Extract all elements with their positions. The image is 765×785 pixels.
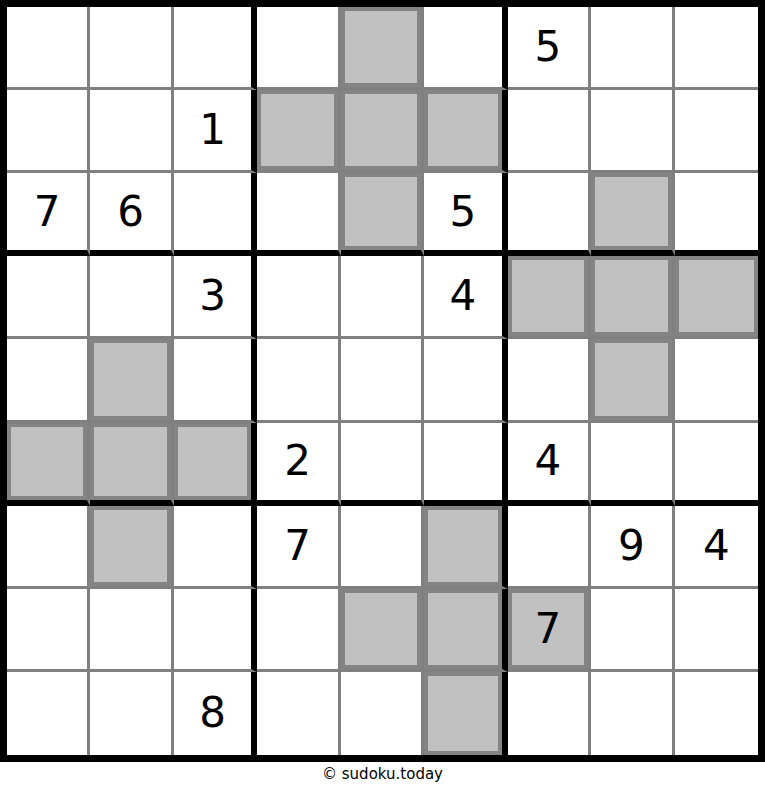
cell-r6c4[interactable]: 2	[257, 423, 340, 506]
cell-r6c1[interactable]	[7, 423, 90, 506]
cell-r5c4[interactable]	[257, 339, 340, 422]
cell-r1c3[interactable]	[174, 7, 257, 90]
cell-r1c1[interactable]	[7, 7, 90, 90]
cell-r9c7[interactable]	[508, 672, 591, 755]
cell-r8c1[interactable]	[7, 589, 90, 672]
cell-r7c4[interactable]: 7	[257, 506, 340, 589]
cell-r7c6[interactable]	[424, 506, 507, 589]
cell-r5c7[interactable]	[508, 339, 591, 422]
cell-r6c5[interactable]	[341, 423, 424, 506]
cell-r4c6[interactable]: 4	[424, 256, 507, 339]
cell-r7c5[interactable]	[341, 506, 424, 589]
cell-r2c7[interactable]	[508, 90, 591, 173]
cell-r7c8[interactable]: 9	[591, 506, 674, 589]
cell-r6c7[interactable]: 4	[508, 423, 591, 506]
copyright-footer: © sudoku.today	[0, 762, 765, 785]
cell-r2c8[interactable]	[591, 90, 674, 173]
cell-r7c9[interactable]: 4	[675, 506, 758, 589]
cell-r5c6[interactable]	[424, 339, 507, 422]
cell-r8c4[interactable]	[257, 589, 340, 672]
cell-r2c1[interactable]	[7, 90, 90, 173]
cell-r2c4[interactable]	[257, 90, 340, 173]
cell-r6c6[interactable]	[424, 423, 507, 506]
cell-r7c1[interactable]	[7, 506, 90, 589]
cell-r3c7[interactable]	[508, 173, 591, 256]
cell-r9c4[interactable]	[257, 672, 340, 755]
cell-r5c1[interactable]	[7, 339, 90, 422]
cell-r8c6[interactable]	[424, 589, 507, 672]
cell-r7c7[interactable]	[508, 506, 591, 589]
cell-r4c1[interactable]	[7, 256, 90, 339]
cell-r3c1[interactable]: 7	[7, 173, 90, 256]
cell-r1c9[interactable]	[675, 7, 758, 90]
cell-r4c3[interactable]: 3	[174, 256, 257, 339]
cell-r9c2[interactable]	[90, 672, 173, 755]
cell-r9c8[interactable]	[591, 672, 674, 755]
cell-r1c7[interactable]: 5	[508, 7, 591, 90]
cell-r2c2[interactable]	[90, 90, 173, 173]
cell-r1c6[interactable]	[424, 7, 507, 90]
cell-r7c2[interactable]	[90, 506, 173, 589]
cell-r9c3[interactable]: 8	[174, 672, 257, 755]
cell-r5c8[interactable]	[591, 339, 674, 422]
cell-r7c3[interactable]	[174, 506, 257, 589]
cell-r3c8[interactable]	[591, 173, 674, 256]
cell-r2c5[interactable]	[341, 90, 424, 173]
cell-r8c5[interactable]	[341, 589, 424, 672]
cell-r2c3[interactable]: 1	[174, 90, 257, 173]
cell-r3c4[interactable]	[257, 173, 340, 256]
cell-r8c2[interactable]	[90, 589, 173, 672]
cell-r3c9[interactable]	[675, 173, 758, 256]
cell-r1c5[interactable]	[341, 7, 424, 90]
cell-r6c2[interactable]	[90, 423, 173, 506]
cell-r3c5[interactable]	[341, 173, 424, 256]
cell-r4c9[interactable]	[675, 256, 758, 339]
cell-r3c3[interactable]	[174, 173, 257, 256]
cell-r8c7[interactable]: 7	[508, 589, 591, 672]
cell-r5c3[interactable]	[174, 339, 257, 422]
cell-r5c2[interactable]	[90, 339, 173, 422]
cell-r6c3[interactable]	[174, 423, 257, 506]
cell-r2c9[interactable]	[675, 90, 758, 173]
sudoku-page: 51765342479478 © sudoku.today	[0, 0, 765, 785]
cell-r9c5[interactable]	[341, 672, 424, 755]
cell-r8c9[interactable]	[675, 589, 758, 672]
cell-r3c6[interactable]: 5	[424, 173, 507, 256]
cell-r4c4[interactable]	[257, 256, 340, 339]
cell-r2c6[interactable]	[424, 90, 507, 173]
cell-r4c8[interactable]	[591, 256, 674, 339]
cell-r1c2[interactable]	[90, 7, 173, 90]
sudoku-board: 51765342479478	[0, 0, 765, 762]
cell-r9c6[interactable]	[424, 672, 507, 755]
cell-r1c4[interactable]	[257, 7, 340, 90]
cell-r4c7[interactable]	[508, 256, 591, 339]
cell-r5c5[interactable]	[341, 339, 424, 422]
cell-r8c3[interactable]	[174, 589, 257, 672]
cell-r4c5[interactable]	[341, 256, 424, 339]
cell-r6c8[interactable]	[591, 423, 674, 506]
cell-r5c9[interactable]	[675, 339, 758, 422]
cell-r4c2[interactable]	[90, 256, 173, 339]
cell-r6c9[interactable]	[675, 423, 758, 506]
cell-r9c1[interactable]	[7, 672, 90, 755]
cell-r9c9[interactable]	[675, 672, 758, 755]
cell-r1c8[interactable]	[591, 7, 674, 90]
cell-r8c8[interactable]	[591, 589, 674, 672]
cell-r3c2[interactable]: 6	[90, 173, 173, 256]
